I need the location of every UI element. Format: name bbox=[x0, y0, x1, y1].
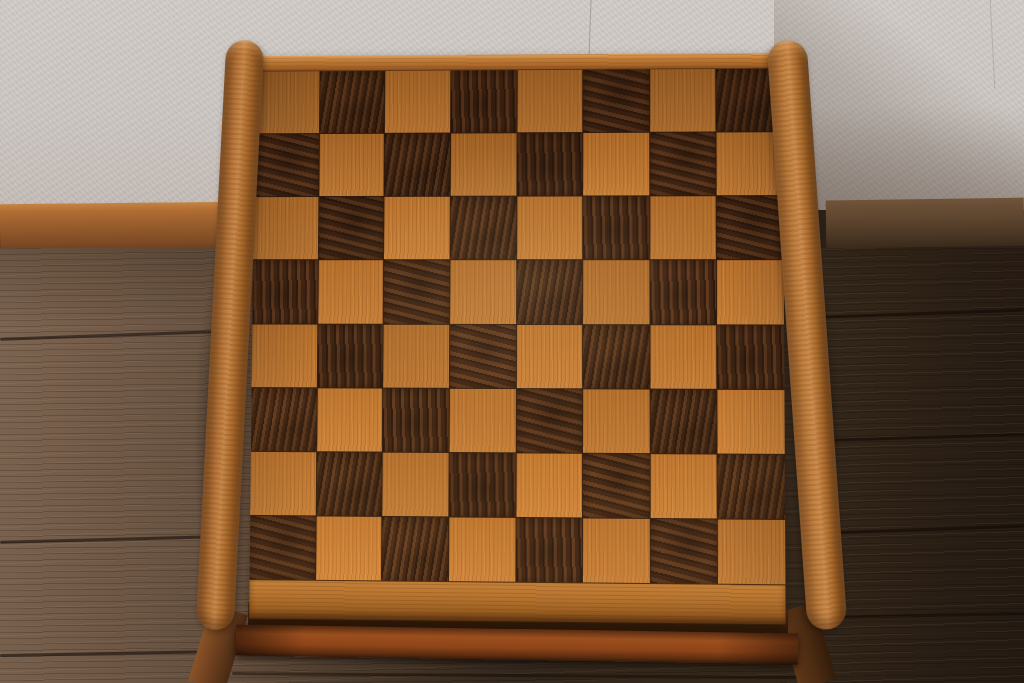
board-square bbox=[385, 71, 450, 133]
board-square bbox=[650, 454, 717, 518]
board-square bbox=[320, 71, 385, 133]
board-square bbox=[516, 453, 582, 517]
board-square bbox=[250, 452, 316, 516]
board-square bbox=[516, 325, 582, 388]
board-square bbox=[385, 134, 450, 196]
board-square bbox=[583, 197, 649, 260]
board-square bbox=[517, 261, 583, 324]
board-square bbox=[516, 389, 582, 453]
board-square bbox=[384, 261, 449, 324]
board-square bbox=[450, 324, 516, 387]
board-square bbox=[583, 69, 649, 132]
board-square bbox=[383, 324, 449, 387]
board-square bbox=[384, 197, 449, 260]
chessboard bbox=[250, 69, 786, 585]
board-square bbox=[583, 518, 649, 583]
board-square bbox=[252, 261, 317, 324]
board-square bbox=[651, 519, 718, 584]
board-square bbox=[318, 261, 383, 324]
board-square bbox=[650, 325, 716, 389]
board-square bbox=[251, 388, 316, 451]
board-square bbox=[316, 452, 382, 516]
board-square bbox=[650, 69, 716, 132]
board-square bbox=[517, 197, 583, 260]
board-square bbox=[382, 517, 448, 581]
board-square bbox=[583, 389, 649, 453]
board-square bbox=[583, 454, 649, 518]
board-square bbox=[451, 70, 516, 132]
board-square bbox=[517, 133, 583, 196]
board-square bbox=[650, 196, 716, 259]
board-square bbox=[250, 516, 316, 580]
board-square bbox=[316, 516, 382, 580]
board-square bbox=[451, 133, 516, 196]
board-square bbox=[583, 325, 649, 389]
board-square bbox=[718, 454, 785, 519]
board-square bbox=[718, 325, 785, 389]
board-square bbox=[383, 452, 449, 516]
board-square bbox=[383, 388, 449, 452]
board-square bbox=[319, 134, 384, 196]
board-square bbox=[650, 261, 716, 324]
tabletop bbox=[249, 53, 785, 625]
board-square bbox=[583, 261, 649, 324]
board-square bbox=[717, 261, 784, 324]
board-square bbox=[450, 197, 515, 260]
board-square bbox=[449, 388, 515, 452]
baseboard-right bbox=[826, 198, 1024, 249]
board-square bbox=[449, 517, 515, 581]
board-square bbox=[317, 388, 383, 451]
board-square bbox=[254, 71, 319, 133]
board-square bbox=[252, 324, 317, 387]
board-square bbox=[317, 324, 382, 387]
board-square bbox=[717, 196, 784, 259]
board-square bbox=[450, 261, 516, 324]
board-square bbox=[517, 70, 582, 133]
board-square bbox=[319, 197, 384, 259]
board-square bbox=[449, 453, 515, 517]
board-square bbox=[583, 133, 649, 196]
board-square bbox=[718, 519, 785, 584]
board-square bbox=[718, 389, 785, 453]
board-square bbox=[253, 197, 318, 259]
board-square bbox=[650, 389, 717, 453]
board-square bbox=[254, 134, 319, 196]
scene-photo bbox=[0, 0, 1024, 683]
tabletop-apron bbox=[249, 579, 785, 624]
board-square bbox=[650, 133, 716, 196]
board-square bbox=[516, 518, 582, 583]
